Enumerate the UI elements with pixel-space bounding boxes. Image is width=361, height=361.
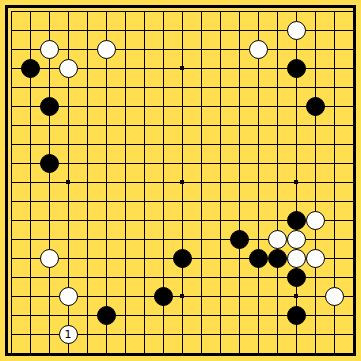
intersection[interactable] — [230, 268, 249, 287]
intersection[interactable] — [230, 192, 249, 211]
intersection[interactable] — [268, 2, 287, 21]
intersection[interactable] — [40, 2, 59, 21]
intersection[interactable] — [287, 135, 306, 154]
intersection[interactable] — [59, 97, 78, 116]
intersection[interactable] — [344, 325, 361, 344]
intersection[interactable] — [249, 325, 268, 344]
intersection[interactable] — [59, 116, 78, 135]
intersection[interactable] — [78, 192, 97, 211]
intersection[interactable] — [249, 21, 268, 40]
intersection[interactable] — [2, 211, 21, 230]
intersection[interactable] — [97, 268, 116, 287]
intersection[interactable] — [287, 116, 306, 135]
intersection[interactable] — [211, 287, 230, 306]
black-stone[interactable] — [173, 249, 192, 268]
intersection[interactable] — [230, 211, 249, 230]
intersection[interactable] — [268, 97, 287, 116]
intersection[interactable] — [116, 325, 135, 344]
intersection[interactable] — [40, 173, 59, 192]
intersection[interactable] — [116, 135, 135, 154]
intersection[interactable] — [21, 306, 40, 325]
intersection[interactable] — [135, 2, 154, 21]
intersection[interactable] — [116, 287, 135, 306]
intersection[interactable] — [135, 78, 154, 97]
intersection[interactable] — [268, 78, 287, 97]
intersection[interactable] — [2, 249, 21, 268]
intersection[interactable] — [40, 21, 59, 40]
intersection[interactable] — [211, 344, 230, 361]
intersection[interactable] — [344, 287, 361, 306]
intersection[interactable] — [40, 135, 59, 154]
intersection[interactable] — [306, 59, 325, 78]
intersection[interactable] — [249, 116, 268, 135]
intersection[interactable] — [268, 211, 287, 230]
black-stone[interactable] — [287, 268, 306, 287]
intersection[interactable] — [306, 116, 325, 135]
intersection[interactable] — [230, 344, 249, 361]
intersection[interactable] — [59, 268, 78, 287]
intersection[interactable] — [287, 154, 306, 173]
intersection[interactable] — [268, 59, 287, 78]
intersection[interactable] — [249, 173, 268, 192]
intersection[interactable] — [2, 325, 21, 344]
intersection[interactable] — [344, 2, 361, 21]
intersection[interactable] — [154, 59, 173, 78]
intersection[interactable] — [173, 21, 192, 40]
intersection[interactable] — [306, 192, 325, 211]
intersection[interactable] — [325, 154, 344, 173]
intersection[interactable] — [2, 306, 21, 325]
intersection[interactable] — [173, 2, 192, 21]
intersection[interactable] — [325, 192, 344, 211]
intersection[interactable] — [40, 287, 59, 306]
intersection[interactable] — [344, 78, 361, 97]
intersection[interactable] — [21, 97, 40, 116]
intersection[interactable] — [97, 173, 116, 192]
intersection[interactable] — [21, 192, 40, 211]
intersection[interactable] — [21, 78, 40, 97]
intersection[interactable] — [97, 344, 116, 361]
intersection[interactable] — [173, 116, 192, 135]
intersection[interactable] — [97, 116, 116, 135]
intersection[interactable] — [192, 344, 211, 361]
intersection[interactable] — [2, 135, 21, 154]
black-stone[interactable] — [154, 287, 173, 306]
intersection[interactable] — [21, 40, 40, 59]
intersection[interactable] — [325, 268, 344, 287]
intersection[interactable] — [154, 173, 173, 192]
intersection[interactable] — [268, 287, 287, 306]
intersection[interactable] — [344, 211, 361, 230]
intersection[interactable] — [249, 268, 268, 287]
intersection[interactable] — [21, 135, 40, 154]
intersection[interactable] — [173, 59, 192, 78]
intersection[interactable] — [211, 211, 230, 230]
intersection[interactable] — [268, 173, 287, 192]
intersection[interactable] — [268, 116, 287, 135]
intersection[interactable] — [325, 325, 344, 344]
intersection[interactable] — [192, 325, 211, 344]
intersection[interactable] — [78, 249, 97, 268]
intersection[interactable] — [154, 325, 173, 344]
intersection[interactable] — [97, 249, 116, 268]
intersection[interactable] — [230, 21, 249, 40]
intersection[interactable] — [306, 21, 325, 40]
black-stone[interactable] — [21, 59, 40, 78]
white-stone[interactable] — [97, 40, 116, 59]
intersection[interactable] — [116, 2, 135, 21]
intersection[interactable] — [40, 325, 59, 344]
white-stone[interactable] — [306, 249, 325, 268]
intersection[interactable] — [230, 78, 249, 97]
intersection[interactable] — [116, 78, 135, 97]
intersection[interactable] — [135, 287, 154, 306]
intersection[interactable] — [230, 135, 249, 154]
intersection[interactable] — [173, 344, 192, 361]
intersection[interactable] — [173, 135, 192, 154]
intersection[interactable] — [59, 173, 78, 192]
intersection[interactable] — [154, 306, 173, 325]
intersection[interactable] — [59, 249, 78, 268]
intersection[interactable] — [306, 287, 325, 306]
intersection[interactable] — [2, 192, 21, 211]
black-stone[interactable] — [306, 97, 325, 116]
intersection[interactable] — [211, 21, 230, 40]
intersection[interactable] — [192, 268, 211, 287]
intersection[interactable] — [59, 2, 78, 21]
intersection[interactable] — [2, 97, 21, 116]
white-stone[interactable] — [325, 287, 344, 306]
intersection[interactable] — [2, 21, 21, 40]
intersection[interactable] — [154, 97, 173, 116]
intersection[interactable] — [211, 325, 230, 344]
intersection[interactable] — [40, 40, 59, 59]
intersection[interactable] — [59, 230, 78, 249]
intersection[interactable] — [230, 2, 249, 21]
intersection[interactable] — [154, 344, 173, 361]
intersection[interactable] — [344, 59, 361, 78]
black-stone[interactable] — [287, 306, 306, 325]
black-stone[interactable] — [230, 230, 249, 249]
intersection[interactable] — [40, 344, 59, 361]
intersection[interactable] — [2, 2, 21, 21]
intersection[interactable] — [173, 325, 192, 344]
intersection[interactable] — [344, 230, 361, 249]
intersection[interactable] — [154, 211, 173, 230]
intersection[interactable] — [211, 192, 230, 211]
intersection[interactable] — [230, 116, 249, 135]
intersection[interactable] — [40, 306, 59, 325]
board-grid[interactable]: 1 — [2, 2, 361, 361]
intersection[interactable] — [78, 344, 97, 361]
intersection[interactable] — [344, 40, 361, 59]
intersection[interactable] — [211, 173, 230, 192]
intersection[interactable] — [116, 344, 135, 361]
intersection[interactable] — [325, 211, 344, 230]
intersection[interactable] — [287, 40, 306, 59]
intersection[interactable] — [135, 135, 154, 154]
intersection[interactable] — [116, 154, 135, 173]
intersection[interactable] — [192, 78, 211, 97]
intersection[interactable] — [230, 325, 249, 344]
intersection[interactable] — [192, 97, 211, 116]
intersection[interactable] — [78, 268, 97, 287]
intersection[interactable] — [116, 268, 135, 287]
intersection[interactable] — [249, 135, 268, 154]
intersection[interactable] — [2, 344, 21, 361]
intersection[interactable] — [211, 40, 230, 59]
intersection[interactable] — [211, 268, 230, 287]
intersection[interactable] — [59, 21, 78, 40]
intersection[interactable] — [325, 344, 344, 361]
intersection[interactable] — [344, 344, 361, 361]
intersection[interactable] — [325, 40, 344, 59]
intersection[interactable] — [306, 325, 325, 344]
intersection[interactable] — [135, 40, 154, 59]
intersection[interactable] — [173, 211, 192, 230]
intersection[interactable] — [306, 40, 325, 59]
intersection[interactable] — [21, 173, 40, 192]
intersection[interactable] — [344, 154, 361, 173]
intersection[interactable] — [249, 40, 268, 59]
intersection[interactable] — [78, 59, 97, 78]
black-stone[interactable] — [97, 306, 116, 325]
intersection[interactable] — [21, 325, 40, 344]
intersection[interactable] — [78, 211, 97, 230]
intersection[interactable] — [116, 211, 135, 230]
intersection[interactable] — [78, 173, 97, 192]
intersection[interactable] — [325, 21, 344, 40]
intersection[interactable] — [173, 249, 192, 268]
intersection[interactable] — [21, 268, 40, 287]
intersection[interactable] — [116, 230, 135, 249]
intersection[interactable] — [21, 2, 40, 21]
intersection[interactable] — [249, 59, 268, 78]
intersection[interactable] — [2, 173, 21, 192]
intersection[interactable] — [116, 173, 135, 192]
intersection[interactable] — [97, 78, 116, 97]
intersection[interactable] — [154, 2, 173, 21]
intersection[interactable] — [97, 154, 116, 173]
intersection[interactable] — [173, 173, 192, 192]
intersection[interactable] — [154, 135, 173, 154]
intersection[interactable] — [135, 325, 154, 344]
intersection[interactable] — [211, 230, 230, 249]
intersection[interactable] — [287, 230, 306, 249]
intersection[interactable] — [344, 21, 361, 40]
intersection[interactable] — [40, 268, 59, 287]
intersection[interactable] — [287, 211, 306, 230]
intersection[interactable] — [59, 192, 78, 211]
intersection[interactable] — [78, 21, 97, 40]
intersection[interactable] — [135, 154, 154, 173]
intersection[interactable] — [192, 135, 211, 154]
intersection[interactable] — [306, 268, 325, 287]
intersection[interactable] — [192, 2, 211, 21]
intersection[interactable] — [344, 306, 361, 325]
intersection[interactable] — [97, 97, 116, 116]
intersection[interactable] — [287, 2, 306, 21]
intersection[interactable] — [173, 154, 192, 173]
intersection[interactable] — [2, 59, 21, 78]
black-stone[interactable] — [40, 154, 59, 173]
intersection[interactable] — [59, 211, 78, 230]
intersection[interactable] — [230, 306, 249, 325]
intersection[interactable] — [268, 344, 287, 361]
intersection[interactable] — [211, 116, 230, 135]
intersection[interactable] — [344, 135, 361, 154]
intersection[interactable] — [78, 40, 97, 59]
intersection[interactable] — [344, 97, 361, 116]
intersection[interactable] — [230, 230, 249, 249]
intersection[interactable] — [40, 192, 59, 211]
intersection[interactable] — [325, 78, 344, 97]
intersection[interactable] — [287, 21, 306, 40]
intersection[interactable] — [154, 40, 173, 59]
intersection[interactable] — [173, 78, 192, 97]
intersection[interactable] — [173, 268, 192, 287]
intersection[interactable] — [59, 306, 78, 325]
intersection[interactable] — [135, 211, 154, 230]
intersection[interactable] — [230, 154, 249, 173]
intersection[interactable] — [192, 211, 211, 230]
white-stone[interactable] — [287, 21, 306, 40]
intersection[interactable] — [344, 192, 361, 211]
intersection[interactable] — [325, 287, 344, 306]
intersection[interactable] — [135, 192, 154, 211]
intersection[interactable] — [2, 40, 21, 59]
white-stone[interactable] — [287, 230, 306, 249]
intersection[interactable] — [97, 135, 116, 154]
intersection[interactable] — [40, 230, 59, 249]
intersection[interactable] — [249, 154, 268, 173]
intersection[interactable] — [78, 78, 97, 97]
intersection[interactable] — [2, 230, 21, 249]
intersection[interactable] — [97, 59, 116, 78]
intersection[interactable] — [230, 59, 249, 78]
intersection[interactable] — [135, 344, 154, 361]
intersection[interactable] — [40, 116, 59, 135]
intersection[interactable] — [306, 97, 325, 116]
intersection[interactable] — [173, 306, 192, 325]
intersection[interactable] — [154, 116, 173, 135]
intersection[interactable] — [78, 325, 97, 344]
white-stone[interactable]: 1 — [59, 325, 78, 344]
intersection[interactable] — [287, 287, 306, 306]
intersection[interactable] — [2, 154, 21, 173]
intersection[interactable] — [287, 344, 306, 361]
intersection[interactable] — [97, 192, 116, 211]
intersection[interactable] — [211, 78, 230, 97]
intersection[interactable] — [287, 97, 306, 116]
intersection[interactable] — [211, 135, 230, 154]
intersection[interactable] — [97, 2, 116, 21]
intersection[interactable] — [268, 306, 287, 325]
black-stone[interactable] — [287, 211, 306, 230]
intersection[interactable] — [40, 249, 59, 268]
intersection[interactable] — [306, 173, 325, 192]
intersection[interactable] — [173, 287, 192, 306]
intersection[interactable] — [306, 306, 325, 325]
intersection[interactable] — [116, 40, 135, 59]
intersection[interactable] — [344, 268, 361, 287]
intersection[interactable] — [21, 21, 40, 40]
intersection[interactable] — [78, 154, 97, 173]
intersection[interactable] — [325, 2, 344, 21]
intersection[interactable] — [78, 2, 97, 21]
intersection[interactable] — [135, 306, 154, 325]
intersection[interactable] — [21, 344, 40, 361]
intersection[interactable] — [325, 230, 344, 249]
white-stone[interactable] — [287, 249, 306, 268]
intersection[interactable] — [306, 135, 325, 154]
intersection[interactable] — [97, 230, 116, 249]
intersection[interactable] — [287, 249, 306, 268]
intersection[interactable] — [78, 116, 97, 135]
intersection[interactable] — [135, 21, 154, 40]
intersection[interactable] — [344, 116, 361, 135]
intersection[interactable] — [154, 287, 173, 306]
intersection[interactable] — [211, 249, 230, 268]
intersection[interactable] — [116, 192, 135, 211]
intersection[interactable] — [21, 154, 40, 173]
intersection[interactable] — [306, 2, 325, 21]
intersection[interactable] — [59, 59, 78, 78]
intersection[interactable] — [249, 211, 268, 230]
intersection[interactable] — [21, 211, 40, 230]
intersection[interactable] — [21, 230, 40, 249]
intersection[interactable] — [211, 59, 230, 78]
white-stone[interactable] — [306, 211, 325, 230]
intersection[interactable] — [268, 268, 287, 287]
white-stone[interactable] — [59, 287, 78, 306]
intersection[interactable] — [268, 21, 287, 40]
intersection[interactable] — [78, 135, 97, 154]
intersection[interactable] — [116, 116, 135, 135]
intersection[interactable] — [135, 59, 154, 78]
intersection[interactable] — [40, 59, 59, 78]
white-stone[interactable] — [59, 59, 78, 78]
intersection[interactable] — [325, 97, 344, 116]
intersection[interactable] — [287, 59, 306, 78]
intersection[interactable] — [268, 249, 287, 268]
intersection[interactable] — [2, 116, 21, 135]
black-stone[interactable] — [268, 249, 287, 268]
intersection[interactable] — [287, 268, 306, 287]
intersection[interactable] — [325, 135, 344, 154]
intersection[interactable] — [78, 306, 97, 325]
intersection[interactable] — [306, 344, 325, 361]
intersection[interactable] — [116, 97, 135, 116]
intersection[interactable] — [135, 249, 154, 268]
intersection[interactable] — [306, 249, 325, 268]
intersection[interactable] — [192, 230, 211, 249]
intersection[interactable] — [173, 97, 192, 116]
intersection[interactable] — [59, 135, 78, 154]
intersection[interactable] — [268, 325, 287, 344]
intersection[interactable] — [211, 97, 230, 116]
intersection[interactable] — [192, 306, 211, 325]
intersection[interactable] — [192, 21, 211, 40]
intersection[interactable] — [21, 116, 40, 135]
intersection[interactable] — [325, 116, 344, 135]
intersection[interactable] — [192, 40, 211, 59]
intersection[interactable] — [173, 192, 192, 211]
intersection[interactable] — [154, 78, 173, 97]
intersection[interactable] — [287, 78, 306, 97]
intersection[interactable] — [97, 40, 116, 59]
white-stone[interactable] — [40, 249, 59, 268]
